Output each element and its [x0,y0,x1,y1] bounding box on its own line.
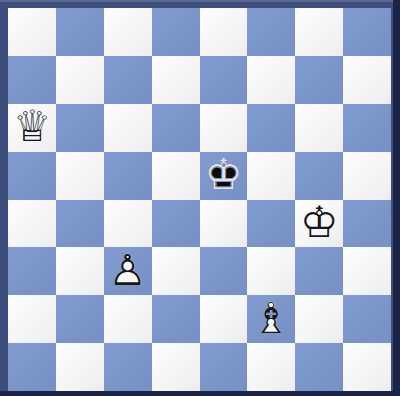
square-a1[interactable] [8,343,56,391]
square-g8[interactable] [295,8,343,56]
square-a6[interactable]: ♛♕ [8,104,56,152]
square-c5[interactable] [104,152,152,200]
piece-white-bishop: ♝♗ [247,295,295,343]
square-a5[interactable] [8,152,56,200]
square-b1[interactable] [56,343,104,391]
square-f2[interactable]: ♝♗ [247,295,295,343]
white-bishop-outline-glyph: ♗ [252,297,291,340]
square-e3[interactable] [200,247,248,295]
square-g7[interactable] [295,56,343,104]
square-h3[interactable] [343,247,391,295]
square-a8[interactable] [8,8,56,56]
square-g3[interactable] [295,247,343,295]
piece-white-pawn: ♟♙ [104,247,152,295]
square-d8[interactable] [152,8,200,56]
square-f5[interactable] [247,152,295,200]
piece-white-queen: ♛♕ [8,104,56,152]
chess-board-frame: ♛♕♚♔♚♔♟♙♝♗ [0,0,400,396]
square-d6[interactable] [152,104,200,152]
square-f4[interactable] [247,200,295,248]
square-a7[interactable] [8,56,56,104]
square-e6[interactable] [200,104,248,152]
square-f1[interactable] [247,343,295,391]
square-c8[interactable] [104,8,152,56]
square-e7[interactable] [200,56,248,104]
square-b8[interactable] [56,8,104,56]
square-h2[interactable] [343,295,391,343]
square-g6[interactable] [295,104,343,152]
square-b3[interactable] [56,247,104,295]
chess-board: ♛♕♚♔♚♔♟♙♝♗ [8,8,391,391]
square-h1[interactable] [343,343,391,391]
square-d5[interactable] [152,152,200,200]
square-f8[interactable] [247,8,295,56]
square-e4[interactable] [200,200,248,248]
square-g4[interactable]: ♚♔ [295,200,343,248]
square-h4[interactable] [343,200,391,248]
square-c7[interactable] [104,56,152,104]
square-f7[interactable] [247,56,295,104]
square-d3[interactable] [152,247,200,295]
square-g5[interactable] [295,152,343,200]
square-f3[interactable] [247,247,295,295]
square-e1[interactable] [200,343,248,391]
square-f6[interactable] [247,104,295,152]
white-pawn-outline-glyph: ♙ [108,249,147,292]
square-a2[interactable] [8,295,56,343]
square-h7[interactable] [343,56,391,104]
square-b2[interactable] [56,295,104,343]
square-d2[interactable] [152,295,200,343]
square-c4[interactable] [104,200,152,248]
white-queen-outline-glyph: ♕ [13,105,52,148]
square-e5[interactable]: ♚♔ [200,152,248,200]
square-c1[interactable] [104,343,152,391]
square-d7[interactable] [152,56,200,104]
square-h6[interactable] [343,104,391,152]
white-king-outline-glyph: ♔ [300,201,339,244]
square-e2[interactable] [200,295,248,343]
square-b5[interactable] [56,152,104,200]
square-h8[interactable] [343,8,391,56]
square-a4[interactable] [8,200,56,248]
square-b6[interactable] [56,104,104,152]
square-b7[interactable] [56,56,104,104]
square-b4[interactable] [56,200,104,248]
square-a3[interactable] [8,247,56,295]
square-d4[interactable] [152,200,200,248]
square-c3[interactable]: ♟♙ [104,247,152,295]
piece-white-king: ♚♔ [295,200,343,248]
square-g2[interactable] [295,295,343,343]
black-king-outline-glyph: ♔ [204,153,243,196]
square-c6[interactable] [104,104,152,152]
square-e8[interactable] [200,8,248,56]
square-d1[interactable] [152,343,200,391]
square-g1[interactable] [295,343,343,391]
square-h5[interactable] [343,152,391,200]
square-c2[interactable] [104,295,152,343]
piece-black-king: ♚♔ [200,152,248,200]
